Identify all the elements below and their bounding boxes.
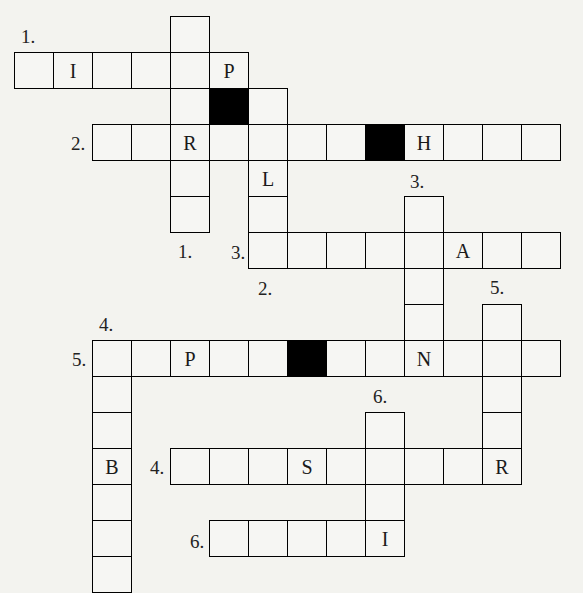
letter-cell-P-r9c4[interactable]: P (170, 340, 210, 377)
cell-r1c4[interactable] (170, 52, 210, 89)
cell-r6c8[interactable] (326, 232, 366, 269)
cell-r12c6[interactable] (248, 448, 288, 485)
cell-r13c2[interactable] (92, 484, 132, 521)
cell-r3c13[interactable] (521, 124, 561, 161)
letter-cell-S-r12c7[interactable]: S (287, 448, 327, 485)
cell-r9c11[interactable] (443, 340, 483, 377)
cell-r1c0[interactable] (14, 52, 54, 89)
cell-r12c10[interactable] (404, 448, 444, 485)
cell-r9c5[interactable] (209, 340, 249, 377)
cell-r3c12[interactable] (482, 124, 522, 161)
cell-r14c6[interactable] (248, 520, 288, 557)
cell-r1c3[interactable] (131, 52, 171, 89)
letter-cell-B-r12c2[interactable]: B (92, 448, 132, 485)
cell-r6c9[interactable] (365, 232, 405, 269)
cell-r12c4[interactable] (170, 448, 210, 485)
cell-r14c8[interactable] (326, 520, 366, 557)
cell-r9c9[interactable] (365, 340, 405, 377)
clue-label-across-2: 2. (71, 133, 85, 155)
cell-r10c12[interactable] (482, 376, 522, 413)
cell-r14c2[interactable] (92, 520, 132, 557)
cell-r3c7[interactable] (287, 124, 327, 161)
black-cell-r9c7 (287, 340, 327, 377)
cell-r6c6[interactable] (248, 232, 288, 269)
cell-r1c2[interactable] (92, 52, 132, 89)
clue-label-down-1: 1. (178, 241, 192, 263)
cell-r4c4[interactable] (170, 160, 210, 197)
cell-r6c10[interactable] (404, 232, 444, 269)
black-cell-r2c5 (209, 88, 249, 125)
clue-label-across-1: 1. (21, 26, 35, 48)
cell-r9c6[interactable] (248, 340, 288, 377)
letter-cell-N-r9c10[interactable]: N (404, 340, 444, 377)
cell-r8c12[interactable] (482, 304, 522, 341)
cell-r5c10[interactable] (404, 196, 444, 233)
cell-r3c6[interactable] (248, 124, 288, 161)
cell-r12c11[interactable] (443, 448, 483, 485)
clue-label-down-4: 4. (99, 314, 113, 336)
cell-r11c12[interactable] (482, 412, 522, 449)
cell-r12c8[interactable] (326, 448, 366, 485)
cell-r7c10[interactable] (404, 268, 444, 305)
clue-label-across-6: 6. (190, 531, 204, 553)
cell-r3c3[interactable] (131, 124, 171, 161)
cell-r8c10[interactable] (404, 304, 444, 341)
cell-r9c13[interactable] (521, 340, 561, 377)
clue-label-across-5: 5. (72, 349, 86, 371)
cell-r15c2[interactable] (92, 556, 132, 593)
letter-cell-R-r3c4[interactable]: R (170, 124, 210, 161)
cell-r5c6[interactable] (248, 196, 288, 233)
cell-r11c2[interactable] (92, 412, 132, 449)
cell-r6c13[interactable] (521, 232, 561, 269)
cell-r2c6[interactable] (248, 88, 288, 125)
cell-r12c5[interactable] (209, 448, 249, 485)
cell-r3c11[interactable] (443, 124, 483, 161)
cell-r2c4[interactable] (170, 88, 210, 125)
letter-cell-I-r1c1[interactable]: I (53, 52, 93, 89)
cell-r9c8[interactable] (326, 340, 366, 377)
letter-cell-A-r6c11[interactable]: A (443, 232, 483, 269)
clue-label-across-4: 4. (150, 457, 164, 479)
cell-r10c2[interactable] (92, 376, 132, 413)
clue-label-across-3: 3. (231, 242, 245, 264)
cell-r11c9[interactable] (365, 412, 405, 449)
letter-cell-I-r14c9[interactable]: I (365, 520, 405, 557)
cell-r3c5[interactable] (209, 124, 249, 161)
cell-r14c7[interactable] (287, 520, 327, 557)
cell-r3c2[interactable] (92, 124, 132, 161)
letter-cell-L-r4c6[interactable]: L (248, 160, 288, 197)
letter-cell-R-r12c12[interactable]: R (482, 448, 522, 485)
crossword-board: IPRHLAPNBSRI1.2.3.4.5.6.1.2.3.4.5.6. (0, 0, 583, 593)
clue-label-down-2: 2. (258, 278, 272, 300)
cell-r0c4[interactable] (170, 16, 210, 53)
cell-r9c12[interactable] (482, 340, 522, 377)
cell-r9c2[interactable] (92, 340, 132, 377)
cell-r12c9[interactable] (365, 448, 405, 485)
cell-r6c12[interactable] (482, 232, 522, 269)
cell-r3c8[interactable] (326, 124, 366, 161)
cell-r5c4[interactable] (170, 196, 210, 233)
letter-cell-H-r3c10[interactable]: H (404, 124, 444, 161)
letter-cell-P-r1c5[interactable]: P (209, 52, 249, 89)
clue-label-down-5: 5. (490, 277, 504, 299)
black-cell-r3c9 (365, 124, 405, 161)
clue-label-down-6: 6. (373, 386, 387, 408)
cell-r14c5[interactable] (209, 520, 249, 557)
clue-label-down-3: 3. (410, 171, 424, 193)
cell-r6c7[interactable] (287, 232, 327, 269)
cell-r13c9[interactable] (365, 484, 405, 521)
cell-r9c3[interactable] (131, 340, 171, 377)
